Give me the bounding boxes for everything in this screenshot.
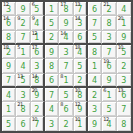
cage-sum-label: 10 bbox=[75, 88, 80, 93]
cell-digit: 3 bbox=[92, 106, 97, 114]
cell-r3c1[interactable]: 8 bbox=[2, 31, 16, 45]
cage-sum-label: 9 bbox=[17, 16, 20, 21]
cage-sum-label: 18 bbox=[75, 45, 80, 50]
cell-digit: 8 bbox=[121, 121, 126, 129]
cell-digit: 2 bbox=[121, 63, 126, 71]
cell-r7c2[interactable]: 3 bbox=[16, 88, 30, 102]
cell-r4c6[interactable]: 184 bbox=[74, 45, 88, 59]
cage-sum-label: 17 bbox=[60, 2, 65, 7]
cell-digit: 8 bbox=[6, 34, 11, 42]
cage-sum-label: 10 bbox=[32, 117, 37, 122]
cell-digit: 7 bbox=[49, 92, 54, 100]
cell-r2c1[interactable]: 146 bbox=[2, 16, 16, 30]
cage-sum-label: 13 bbox=[17, 74, 22, 79]
cell-digit: 1 bbox=[106, 92, 111, 100]
cell-digit: 3 bbox=[34, 63, 39, 71]
cell-r1c4[interactable]: 1 bbox=[45, 2, 59, 16]
cell-r9c2[interactable]: 6 bbox=[16, 117, 30, 131]
cage-sum-label: 12 bbox=[3, 2, 8, 7]
cell-r8c5[interactable]: 86 bbox=[59, 102, 73, 116]
cell-r7c7[interactable]: 2 bbox=[88, 88, 102, 102]
cell-r5c5[interactable]: 7 bbox=[59, 59, 73, 73]
cage-sum-label: 14 bbox=[60, 31, 65, 36]
cage-sum-label: 9 bbox=[32, 16, 35, 21]
cage-sum-label: 13 bbox=[118, 88, 123, 93]
cell-digit: 8 bbox=[106, 20, 111, 28]
cell-digit: 5 bbox=[6, 121, 11, 129]
cell-r2c2[interactable]: 92 bbox=[16, 16, 30, 30]
cell-digit: 7 bbox=[34, 121, 39, 129]
cell-digit: 4 bbox=[92, 77, 97, 85]
cell-digit: 5 bbox=[63, 92, 68, 100]
cell-r5c8[interactable]: 196 bbox=[102, 59, 116, 73]
cell-r1c7[interactable]: 6 bbox=[88, 2, 102, 16]
cell-digit: 9 bbox=[121, 34, 126, 42]
cage-sum-label: 18 bbox=[3, 45, 8, 50]
cell-r2c7[interactable]: 7 bbox=[88, 16, 102, 30]
cell-digit: 3 bbox=[49, 121, 54, 129]
cage-sum-label: 10 bbox=[118, 45, 123, 50]
cell-digit: 4 bbox=[49, 106, 54, 114]
cell-r1c3[interactable]: 65 bbox=[31, 2, 45, 16]
cell-r3c8[interactable]: 3 bbox=[102, 31, 116, 45]
cell-r8c1[interactable]: 1 bbox=[2, 102, 16, 116]
cell-r1c8[interactable]: 212 bbox=[102, 2, 116, 16]
cage-sum-label: 14 bbox=[32, 74, 37, 79]
cage-sum-label: 14 bbox=[75, 16, 80, 21]
cage-sum-label: 6 bbox=[103, 88, 106, 93]
cell-r9c5[interactable]: 2 bbox=[59, 117, 73, 131]
cell-r8c8[interactable]: 5 bbox=[102, 102, 116, 116]
cell-r6c8[interactable]: 9 bbox=[102, 74, 116, 88]
cell-r3c2[interactable]: 7 bbox=[16, 31, 30, 45]
cage-sum-label: 6 bbox=[32, 2, 35, 7]
cell-digit: 2 bbox=[20, 20, 25, 28]
cage-sum-label: 12 bbox=[32, 31, 37, 36]
cell-r7c6[interactable]: 108 bbox=[74, 88, 88, 102]
cell-r8c7[interactable]: 3 bbox=[88, 102, 102, 116]
cell-r9c3[interactable]: 107 bbox=[31, 117, 45, 131]
cell-r3c4[interactable]: 2 bbox=[45, 31, 59, 45]
cell-r4c2[interactable]: 51 bbox=[16, 45, 30, 59]
cell-digit: 4 bbox=[34, 20, 39, 28]
cell-r7c4[interactable]: 7 bbox=[45, 88, 59, 102]
cell-digit: 6 bbox=[77, 34, 82, 42]
cell-digit: 5 bbox=[49, 20, 54, 28]
cell-digit: 2 bbox=[63, 121, 68, 129]
cell-r8c2[interactable]: 218 bbox=[16, 102, 30, 116]
cell-digit: 2 bbox=[92, 92, 97, 100]
cell-r3c5[interactable]: 144 bbox=[59, 31, 73, 45]
cell-r6c3[interactable]: 148 bbox=[31, 74, 45, 88]
cell-r6c9[interactable]: 3 bbox=[117, 74, 131, 88]
cell-r5c3[interactable]: 3 bbox=[31, 59, 45, 73]
cell-r7c3[interactable]: 209 bbox=[31, 88, 45, 102]
cell-digit: 7 bbox=[63, 63, 68, 71]
cell-digit: 1 bbox=[6, 106, 11, 114]
cage-sum-label: 21 bbox=[103, 2, 108, 7]
cell-r6c7[interactable]: 4 bbox=[88, 74, 102, 88]
cell-digit: 5 bbox=[92, 34, 97, 42]
cell-r6c6[interactable]: 2 bbox=[74, 74, 88, 88]
cell-digit: 4 bbox=[20, 63, 25, 71]
cell-digit: 9 bbox=[106, 77, 111, 85]
cell-r6c1[interactable]: 7 bbox=[2, 74, 16, 88]
cell-r3c9[interactable]: 9 bbox=[117, 31, 131, 45]
cell-digit: 6 bbox=[49, 77, 54, 85]
cell-digit: 7 bbox=[20, 34, 25, 42]
cage-sum-label: 20 bbox=[118, 16, 123, 21]
cell-digit: 7 bbox=[92, 20, 97, 28]
cage-sum-label: 8 bbox=[60, 102, 63, 107]
cell-r9c8[interactable]: 124 bbox=[102, 117, 116, 131]
cell-digit: 2 bbox=[34, 106, 39, 114]
cell-r1c5[interactable]: 178 bbox=[59, 2, 73, 16]
cell-digit: 2 bbox=[77, 77, 82, 85]
cell-digit: 4 bbox=[106, 121, 111, 129]
cell-r9c9[interactable]: 8 bbox=[117, 117, 131, 131]
cell-r2c6[interactable]: 143 bbox=[74, 16, 88, 30]
cage-sum-label: 5 bbox=[17, 45, 20, 50]
cage-sum-label: 10 bbox=[75, 117, 80, 122]
cell-digit: 6 bbox=[92, 6, 97, 14]
cell-digit: 9 bbox=[49, 49, 54, 57]
cell-r2c3[interactable]: 94 bbox=[31, 16, 45, 30]
cage-sum-label: 21 bbox=[17, 102, 22, 107]
cell-digit: 1 bbox=[63, 77, 68, 85]
cell-digit: 9 bbox=[63, 20, 68, 28]
cell-r9c7[interactable]: 9 bbox=[88, 117, 102, 131]
cell-digit: 1 bbox=[77, 121, 82, 129]
cell-digit: 1 bbox=[92, 63, 97, 71]
cell-r2c5[interactable]: 9 bbox=[59, 16, 73, 30]
cell-r4c1[interactable]: 182 bbox=[2, 45, 16, 59]
killer-sudoku-board: 1239651178137621241469294591437820187121… bbox=[0, 0, 133, 133]
cell-r6c4[interactable]: 6 bbox=[45, 74, 59, 88]
cell-r4c7[interactable]: 8 bbox=[88, 45, 102, 59]
cell-r6c5[interactable]: 81 bbox=[59, 74, 73, 88]
cell-digit: 6 bbox=[20, 121, 25, 129]
cell-r4c9[interactable]: 105 bbox=[117, 45, 131, 59]
cage-sum-label: 12 bbox=[103, 117, 108, 122]
cell-digit: 9 bbox=[92, 121, 97, 129]
cell-digit: 8 bbox=[49, 63, 54, 71]
cell-digit: 6 bbox=[63, 106, 68, 114]
cell-digit: 4 bbox=[121, 6, 126, 14]
cell-digit: 4 bbox=[6, 92, 11, 100]
cell-digit: 7 bbox=[6, 77, 11, 85]
cell-r4c3[interactable]: 176 bbox=[31, 45, 45, 59]
cell-r2c9[interactable]: 201 bbox=[117, 16, 131, 30]
cell-r5c2[interactable]: 4 bbox=[16, 59, 30, 73]
cell-r8c6[interactable]: 129 bbox=[74, 102, 88, 116]
cage-sum-label: 8 bbox=[60, 74, 63, 79]
cage-sum-label: 17 bbox=[32, 45, 37, 50]
cell-r5c7[interactable]: 1 bbox=[88, 59, 102, 73]
cell-digit: 3 bbox=[106, 34, 111, 42]
cell-r3c6[interactable]: 6 bbox=[74, 31, 88, 45]
cell-r3c7[interactable]: 5 bbox=[88, 31, 102, 45]
cell-r4c4[interactable]: 9 bbox=[45, 45, 59, 59]
cell-r5c9[interactable]: 2 bbox=[117, 59, 131, 73]
cell-r8c9[interactable]: 7 bbox=[117, 102, 131, 116]
cell-r7c1[interactable]: 4 bbox=[2, 88, 16, 102]
cell-r2c4[interactable]: 5 bbox=[45, 16, 59, 30]
cell-r5c4[interactable]: 8 bbox=[45, 59, 59, 73]
cell-r7c8[interactable]: 61 bbox=[102, 88, 116, 102]
cell-digit: 5 bbox=[106, 106, 111, 114]
cell-r9c4[interactable]: 3 bbox=[45, 117, 59, 131]
cell-r8c4[interactable]: 4 bbox=[45, 102, 59, 116]
cell-digit: 2 bbox=[49, 34, 54, 42]
cell-r3c3[interactable]: 121 bbox=[31, 31, 45, 45]
cage-sum-label: 12 bbox=[75, 102, 80, 107]
cell-r1c1[interactable]: 123 bbox=[2, 2, 16, 16]
cage-sum-label: 19 bbox=[103, 59, 108, 64]
cell-digit: 1 bbox=[49, 6, 54, 14]
cell-digit: 3 bbox=[20, 92, 25, 100]
cage-sum-label: 14 bbox=[3, 16, 8, 21]
cell-digit: 7 bbox=[106, 49, 111, 57]
cage-sum-label: 20 bbox=[32, 88, 37, 93]
cell-digit: 3 bbox=[121, 77, 126, 85]
cell-r7c9[interactable]: 136 bbox=[117, 88, 131, 102]
cell-r5c1[interactable]: 9 bbox=[2, 59, 16, 73]
cell-digit: 9 bbox=[20, 6, 25, 14]
cell-r2c8[interactable]: 8 bbox=[102, 16, 116, 30]
cell-r9c6[interactable]: 101 bbox=[74, 117, 88, 131]
cage-sum-label: 13 bbox=[75, 2, 80, 7]
cell-digit: 7 bbox=[121, 106, 126, 114]
cell-r4c8[interactable]: 7 bbox=[102, 45, 116, 59]
cell-r1c9[interactable]: 4 bbox=[117, 2, 131, 16]
cell-digit: 1 bbox=[20, 49, 25, 57]
cell-digit: 5 bbox=[77, 63, 82, 71]
cell-digit: 8 bbox=[92, 49, 97, 57]
cell-digit: 5 bbox=[34, 6, 39, 14]
cell-r8c3[interactable]: 2 bbox=[31, 102, 45, 116]
cell-digit: 9 bbox=[6, 63, 11, 71]
cell-r1c2[interactable]: 9 bbox=[16, 2, 30, 16]
cell-r9c1[interactable]: 5 bbox=[2, 117, 16, 131]
cell-r4c5[interactable]: 3 bbox=[59, 45, 73, 59]
cell-digit: 3 bbox=[63, 49, 68, 57]
cell-r5c6[interactable]: 5 bbox=[74, 59, 88, 73]
cell-r7c5[interactable]: 5 bbox=[59, 88, 73, 102]
cell-r6c2[interactable]: 135 bbox=[16, 74, 30, 88]
cell-r1c6[interactable]: 137 bbox=[74, 2, 88, 16]
